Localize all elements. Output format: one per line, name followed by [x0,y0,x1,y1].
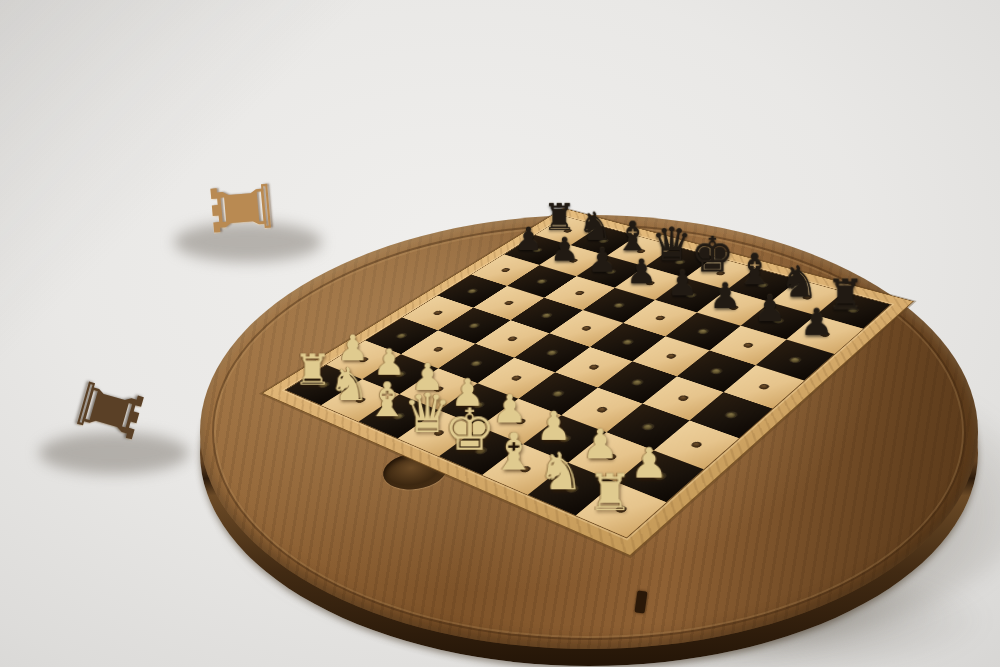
peg-hole [631,379,644,386]
black-pawn: ♟ [789,304,844,341]
peg-hole [587,364,600,371]
peg-hole [432,310,444,316]
photo-backdrop: ♜♞♝♛♚♝♞♜♟♟♟♟♟♟♟♟♟♟♟♟♟♟♟♟♜♞♝♛♚♝♞♜ ♜♜ [0,0,1000,667]
white-rook: ♜ [577,468,642,519]
peg-hole [432,346,444,352]
peg-hole [468,323,480,329]
peg-hole [697,328,710,334]
peg-hole [595,406,609,413]
peg-hole [665,353,678,360]
peg-hole [724,411,738,419]
peg-hole [641,423,655,431]
peg-hole [470,360,483,367]
peg-hole [506,336,518,342]
peg-hole [742,342,755,349]
peg-hole [541,312,553,318]
peg-hole [510,375,523,382]
peg-hole [552,390,565,397]
peg-hole [503,300,515,306]
peg-hole [654,315,666,321]
peg-hole [622,339,635,345]
peg-hole [396,333,408,339]
peg-hole [500,268,511,273]
white-rook-lying: ♜ [200,170,284,246]
peg-hole [757,383,770,390]
peg-hole [676,395,690,402]
peg-hole [536,279,548,284]
peg-hole [546,349,559,356]
square-a4 [402,296,473,331]
peg-hole [574,290,586,296]
peg-hole [689,441,703,449]
peg-hole [613,302,625,308]
peg-hole [467,288,479,294]
peg-hole [710,368,723,375]
peg-hole [789,357,802,364]
peg-hole [580,325,592,331]
